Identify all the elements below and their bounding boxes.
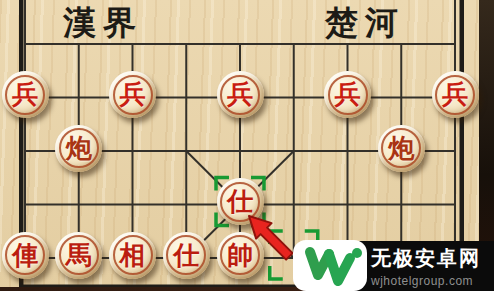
watermark-site-url: wjhotelgroup.com — [371, 274, 491, 288]
xiangqi-game-screenshot: 漢界 楚河 兵兵兵兵兵炮炮仕俥馬相仕帥 无极安卓网 wjhotelgroup.c… — [0, 0, 494, 291]
move-arrow-shape — [249, 216, 293, 260]
watermark-text: 无极安卓网 wjhotelgroup.com — [371, 245, 491, 288]
watermark-logo-icon — [293, 240, 367, 291]
watermark-site-name: 无极安卓网 — [371, 245, 491, 272]
watermark-logo-tile — [293, 240, 367, 291]
